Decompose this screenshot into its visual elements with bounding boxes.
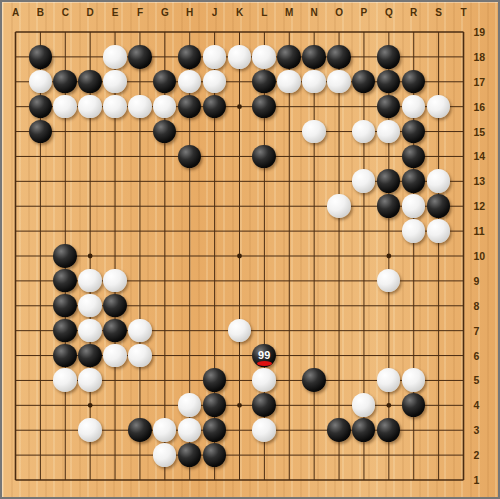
column-label-S: S (435, 7, 442, 18)
white-stone (178, 393, 202, 417)
last-move-stone: 99 (252, 344, 276, 368)
black-stone (402, 120, 426, 144)
white-stone (203, 70, 227, 94)
white-stone (78, 294, 102, 318)
white-stone (103, 45, 127, 69)
black-stone (103, 319, 127, 343)
white-stone (103, 95, 127, 119)
white-stone (327, 194, 351, 218)
white-stone (402, 194, 426, 218)
black-stone (203, 95, 227, 119)
black-stone (203, 393, 227, 417)
white-stone (78, 319, 102, 343)
black-stone (402, 70, 426, 94)
white-stone (103, 269, 127, 293)
white-stone (352, 393, 376, 417)
black-stone (277, 45, 301, 69)
go-board-window: ABCDEFGHJKLMNOPQRST 19181716151413121110… (0, 0, 500, 499)
white-stone (128, 344, 152, 368)
white-stone (402, 95, 426, 119)
white-stone (178, 70, 202, 94)
white-stone (53, 95, 77, 119)
black-stone (178, 45, 202, 69)
black-stone (402, 393, 426, 417)
column-label-F: F (137, 7, 143, 18)
black-stone (377, 95, 401, 119)
white-stone (352, 120, 376, 144)
white-stone (427, 219, 451, 243)
black-stone (103, 294, 127, 318)
white-stone (103, 344, 127, 368)
black-stone (427, 194, 451, 218)
black-stone (128, 45, 152, 69)
black-stone (128, 418, 152, 442)
move-number-label: 99 (252, 345, 276, 365)
black-stone (53, 244, 77, 268)
black-stone (203, 443, 227, 467)
black-stone (29, 45, 53, 69)
black-stone (53, 294, 77, 318)
column-label-E: E (112, 7, 119, 18)
black-stone (203, 368, 227, 392)
black-stone (302, 368, 326, 392)
column-label-C: C (62, 7, 69, 18)
white-stone (53, 368, 77, 392)
black-stone (29, 95, 53, 119)
white-stone (78, 368, 102, 392)
black-stone (377, 45, 401, 69)
black-stone (377, 418, 401, 442)
column-label-Q: Q (385, 7, 393, 18)
column-label-K: K (236, 7, 243, 18)
white-stone (203, 45, 227, 69)
white-stone (78, 269, 102, 293)
black-stone (252, 393, 276, 417)
white-stone (228, 45, 252, 69)
column-label-N: N (311, 7, 318, 18)
black-stone (327, 45, 351, 69)
column-label-G: G (161, 7, 169, 18)
column-label-H: H (186, 7, 193, 18)
white-stone (228, 319, 252, 343)
column-label-P: P (361, 7, 368, 18)
black-stone (178, 95, 202, 119)
black-stone (178, 145, 202, 169)
black-stone (153, 120, 177, 144)
white-stone (427, 169, 451, 193)
white-stone (377, 120, 401, 144)
column-label-M: M (285, 7, 293, 18)
black-stone (252, 145, 276, 169)
white-stone (302, 120, 326, 144)
white-stone (153, 418, 177, 442)
black-stone (327, 418, 351, 442)
white-stone (252, 368, 276, 392)
stones-grid[interactable]: 99 (3, 20, 476, 493)
white-stone (377, 269, 401, 293)
white-stone (128, 319, 152, 343)
black-stone (402, 145, 426, 169)
white-stone (352, 169, 376, 193)
black-stone (53, 319, 77, 343)
column-label-B: B (37, 7, 44, 18)
white-stone (78, 95, 102, 119)
black-stone (377, 169, 401, 193)
white-stone (29, 70, 53, 94)
column-label-A: A (12, 7, 19, 18)
black-stone (377, 70, 401, 94)
black-stone (203, 418, 227, 442)
column-label-T: T (460, 7, 466, 18)
black-stone (352, 70, 376, 94)
column-label-L: L (261, 7, 267, 18)
black-stone (352, 418, 376, 442)
white-stone (178, 418, 202, 442)
white-stone (153, 443, 177, 467)
black-stone (402, 169, 426, 193)
black-stone (178, 443, 202, 467)
white-stone (277, 70, 301, 94)
white-stone (402, 219, 426, 243)
black-stone (53, 344, 77, 368)
black-stone (29, 120, 53, 144)
black-stone (302, 45, 326, 69)
white-stone (377, 368, 401, 392)
black-stone (78, 70, 102, 94)
black-stone (252, 70, 276, 94)
black-stone (53, 269, 77, 293)
column-label-J: J (212, 7, 218, 18)
white-stone (302, 70, 326, 94)
column-label-O: O (335, 7, 343, 18)
black-stone (53, 70, 77, 94)
white-stone (402, 368, 426, 392)
column-label-R: R (410, 7, 417, 18)
white-stone (252, 45, 276, 69)
black-stone (377, 194, 401, 218)
black-stone (252, 95, 276, 119)
black-stone (153, 70, 177, 94)
white-stone (103, 70, 127, 94)
white-stone (327, 70, 351, 94)
white-stone (78, 418, 102, 442)
black-stone (78, 344, 102, 368)
white-stone (252, 418, 276, 442)
column-label-D: D (87, 7, 94, 18)
white-stone (128, 95, 152, 119)
white-stone (153, 95, 177, 119)
white-stone (427, 95, 451, 119)
